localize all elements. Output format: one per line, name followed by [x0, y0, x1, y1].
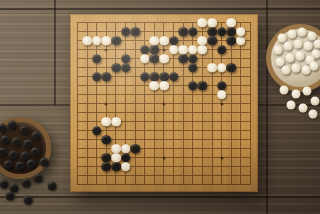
- black-stone[interactable]: ●: [121, 63, 131, 73]
- loose-white-stone: ○: [280, 86, 289, 95]
- loose-white-stone: ○: [304, 42, 313, 51]
- loose-black-stone: ●: [0, 180, 9, 189]
- loose-white-stone: ○: [292, 64, 301, 73]
- loose-black-stone: ●: [24, 196, 33, 205]
- black-stone[interactable]: ●: [150, 54, 160, 64]
- black-stone[interactable]: ●: [217, 45, 227, 55]
- black-stone[interactable]: ●: [226, 63, 236, 73]
- black-stone[interactable]: ●: [92, 126, 102, 136]
- white-stone[interactable]: ○: [140, 54, 150, 64]
- black-stone[interactable]: ●: [92, 54, 102, 64]
- black-stone[interactable]: ●: [92, 72, 102, 82]
- loose-white-stone: ○: [288, 30, 297, 39]
- white-stone[interactable]: ○: [169, 45, 179, 55]
- loose-white-stone: ○: [303, 87, 312, 96]
- loose-white-stone: ○: [287, 101, 296, 110]
- plank-seam: [0, 196, 320, 198]
- white-stone[interactable]: ○: [178, 45, 188, 55]
- loose-black-stone: ●: [9, 151, 18, 160]
- loose-black-stone: ●: [6, 192, 15, 201]
- black-stone[interactable]: ●: [198, 81, 208, 91]
- go-photo-scene: ●●●●●●●●●●●●●●●●●●●●●●●●●●●●●●●●●●●●●●●○…: [0, 0, 320, 214]
- star-point: [163, 48, 166, 51]
- loose-white-stone: ○: [296, 52, 305, 61]
- white-stone[interactable]: ○: [102, 36, 112, 46]
- star-point: [163, 156, 166, 159]
- star-point: [105, 48, 108, 51]
- black-stone[interactable]: ●: [130, 27, 140, 37]
- loose-black-stone: ●: [27, 160, 36, 169]
- white-stone[interactable]: ○: [159, 81, 169, 91]
- loose-white-stone: ○: [282, 66, 291, 75]
- white-stone[interactable]: ○: [150, 36, 160, 46]
- white-stone[interactable]: ○: [198, 18, 208, 28]
- white-stone[interactable]: ○: [150, 81, 160, 91]
- loose-white-stone: ○: [274, 46, 283, 55]
- loose-white-stone: ○: [299, 104, 308, 113]
- loose-black-stone: ●: [22, 179, 31, 188]
- black-stone[interactable]: ●: [140, 72, 150, 82]
- star-point: [105, 102, 108, 105]
- white-stone[interactable]: ○: [226, 18, 236, 28]
- white-stone[interactable]: ○: [198, 45, 208, 55]
- black-stone[interactable]: ●: [188, 81, 198, 91]
- plank-seam: [266, 0, 268, 214]
- loose-white-stone: ○: [292, 90, 301, 99]
- loose-black-stone: ●: [1, 136, 10, 145]
- black-stone[interactable]: ●: [188, 63, 198, 73]
- white-stone[interactable]: ○: [207, 18, 217, 28]
- black-stone[interactable]: ●: [111, 63, 121, 73]
- black-stone[interactable]: ●: [178, 54, 188, 64]
- loose-black-stone: ●: [40, 158, 49, 167]
- loose-black-stone: ●: [32, 132, 41, 141]
- loose-black-stone: ●: [4, 161, 13, 170]
- loose-black-stone: ●: [12, 138, 21, 147]
- white-stone[interactable]: ○: [236, 27, 246, 37]
- loose-white-stone: ○: [314, 40, 320, 49]
- black-stone[interactable]: ●: [207, 36, 217, 46]
- white-stone[interactable]: ○: [102, 117, 112, 127]
- white-stone[interactable]: ○: [217, 90, 227, 100]
- white-stone[interactable]: ○: [159, 54, 169, 64]
- loose-white-stone: ○: [286, 54, 295, 63]
- black-stone[interactable]: ●: [111, 162, 121, 172]
- loose-white-stone: ○: [310, 62, 319, 71]
- loose-white-stone: ○: [284, 42, 293, 51]
- white-stone[interactable]: ○: [217, 63, 227, 73]
- loose-white-stone: ○: [311, 97, 320, 106]
- black-stone[interactable]: ●: [121, 27, 131, 37]
- loose-black-stone: ●: [8, 121, 17, 130]
- black-stone[interactable]: ●: [102, 162, 112, 172]
- loose-black-stone: ●: [16, 162, 25, 171]
- stones-layer: ●●●●●●●●●●●●●●●●●●●●●●●●●●●●●●●●●●●●●●●○…: [70, 14, 258, 192]
- black-stone[interactable]: ●: [111, 36, 121, 46]
- loose-black-stone: ●: [31, 148, 40, 157]
- white-stone[interactable]: ○: [236, 36, 246, 46]
- loose-black-stone: ●: [20, 126, 29, 135]
- white-stone[interactable]: ○: [121, 144, 131, 154]
- black-stone[interactable]: ●: [102, 135, 112, 145]
- go-board[interactable]: ●●●●●●●●●●●●●●●●●●●●●●●●●●●●●●●●●●●●●●●○…: [70, 14, 258, 192]
- black-stone[interactable]: ●: [178, 27, 188, 37]
- white-stone[interactable]: ○: [121, 162, 131, 172]
- loose-white-stone: ○: [298, 28, 307, 37]
- loose-black-stone: ●: [48, 182, 57, 191]
- white-stone[interactable]: ○: [82, 36, 92, 46]
- star-point: [220, 102, 223, 105]
- white-stone[interactable]: ○: [111, 153, 121, 163]
- black-stone[interactable]: ●: [169, 72, 179, 82]
- black-stone[interactable]: ●: [102, 72, 112, 82]
- black-stone[interactable]: ●: [188, 27, 198, 37]
- white-stone[interactable]: ○: [111, 117, 121, 127]
- loose-white-stone: ○: [294, 40, 303, 49]
- black-stone[interactable]: ●: [130, 144, 140, 154]
- white-stone[interactable]: ○: [159, 36, 169, 46]
- plank-seam: [54, 0, 56, 105]
- star-point: [220, 156, 223, 159]
- black-stone[interactable]: ●: [226, 36, 236, 46]
- loose-black-stone: ●: [34, 174, 43, 183]
- loose-white-stone: ○: [309, 110, 318, 119]
- white-stone[interactable]: ○: [207, 63, 217, 73]
- white-stone[interactable]: ○: [188, 45, 198, 55]
- plank-seam: [0, 8, 320, 10]
- white-stone[interactable]: ○: [92, 36, 102, 46]
- black-stone[interactable]: ●: [217, 27, 227, 37]
- star-point: [163, 102, 166, 105]
